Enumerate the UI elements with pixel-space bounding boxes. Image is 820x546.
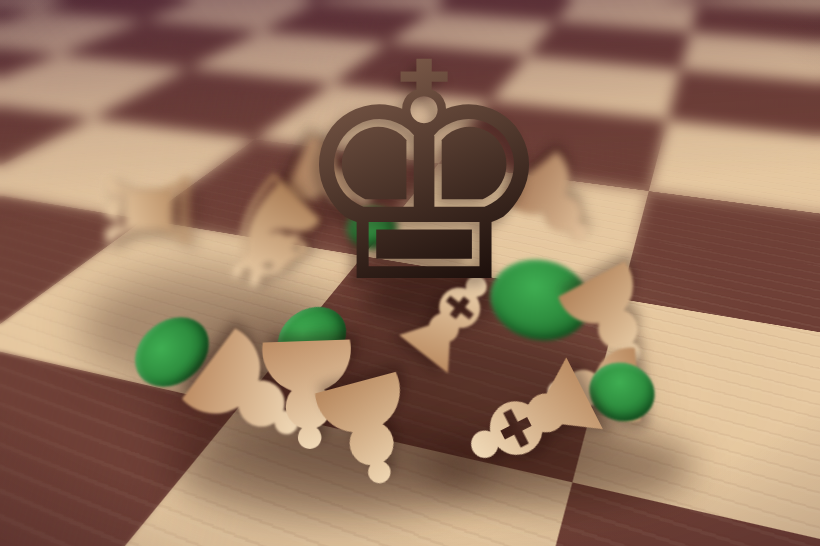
chess-pieces-layer: ♚♜♞♟♟♟♝♟♟♟♟♝: [0, 0, 820, 546]
chess-photo-scene: ♚♜♞♟♟♟♝♟♟♟♟♝: [0, 0, 820, 546]
dark-king-standing: ♚: [290, 25, 559, 325]
